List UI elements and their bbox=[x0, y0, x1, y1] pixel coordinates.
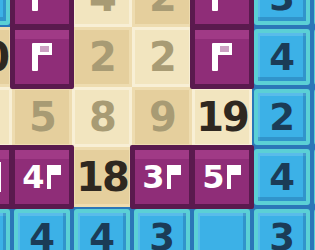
cell-number: 8 bbox=[89, 97, 115, 137]
flag-banner bbox=[50, 165, 61, 175]
hidden-tile: 3 bbox=[134, 209, 190, 250]
flag-pole bbox=[212, 0, 218, 11]
cell-number: 3 bbox=[269, 0, 295, 16]
hidden-tile bbox=[314, 29, 315, 85]
flag-icon bbox=[212, 43, 233, 71]
cell-number: 18 bbox=[76, 157, 128, 197]
cell-r1-c2[interactable]: 2 bbox=[72, 27, 132, 87]
hidden-tile bbox=[314, 0, 315, 25]
cell-r4-c0[interactable] bbox=[0, 207, 12, 250]
cell-r3-c4[interactable]: 5 bbox=[192, 147, 252, 207]
cell-r4-c1[interactable]: 4 bbox=[12, 207, 72, 250]
flag-banner bbox=[170, 165, 181, 175]
cell-number: 9 bbox=[149, 97, 175, 137]
game-viewport: 42302245891924183544433 bbox=[0, 0, 315, 250]
flag-cell-content bbox=[15, 0, 69, 24]
cell-number: 2 bbox=[89, 37, 115, 77]
hidden-tile bbox=[314, 149, 315, 205]
cell-r1-c3[interactable]: 2 bbox=[132, 27, 192, 87]
cell-r4-c3[interactable]: 3 bbox=[132, 207, 192, 250]
cell-number: 19 bbox=[196, 97, 248, 137]
flag-icon bbox=[212, 0, 233, 11]
cell-r1-c1[interactable] bbox=[12, 27, 72, 87]
cell-r0-c6[interactable] bbox=[312, 0, 315, 27]
flag-cell-content bbox=[0, 150, 9, 204]
cell-r1-c6[interactable] bbox=[312, 27, 315, 87]
flag-cell-content bbox=[195, 30, 249, 84]
hidden-tile: 2 bbox=[254, 89, 310, 145]
hidden-tile: 3 bbox=[254, 209, 310, 250]
cell-r0-c4[interactable] bbox=[192, 0, 252, 27]
cell-number: 2 bbox=[149, 0, 175, 17]
hidden-tile: 3 bbox=[254, 0, 310, 25]
cell-number: 3 bbox=[149, 219, 175, 250]
flag-pole bbox=[32, 0, 38, 11]
flag-icon bbox=[167, 165, 182, 189]
cell-r3-c2[interactable]: 18 bbox=[72, 147, 132, 207]
cell-r1-c5[interactable]: 4 bbox=[252, 27, 312, 87]
flag-icon bbox=[32, 0, 53, 11]
cell-number: 2 bbox=[149, 37, 175, 77]
flag-cell-content: 4 bbox=[15, 150, 69, 204]
cell-r0-c2[interactable]: 4 bbox=[72, 0, 132, 27]
cell-number: 2 bbox=[269, 99, 295, 136]
cell-r3-c3[interactable]: 3 bbox=[132, 147, 192, 207]
cell-r0-c1[interactable] bbox=[12, 0, 72, 27]
flag-icon bbox=[32, 43, 53, 71]
cell-r2-c4[interactable]: 19 bbox=[192, 87, 252, 147]
cell-r0-c3[interactable]: 2 bbox=[132, 0, 192, 27]
cell-number: 3 bbox=[269, 219, 295, 250]
hidden-tile bbox=[194, 209, 250, 250]
cell-number: 3 bbox=[142, 161, 163, 193]
cell-number: 4 bbox=[22, 161, 43, 193]
cell-number: 4 bbox=[269, 159, 295, 196]
cell-r4-c5[interactable]: 3 bbox=[252, 207, 312, 250]
cell-number: 4 bbox=[89, 219, 115, 250]
cell-r3-c5[interactable]: 4 bbox=[252, 147, 312, 207]
cell-r2-c1[interactable]: 5 bbox=[12, 87, 72, 147]
cell-r0-c5[interactable]: 3 bbox=[252, 0, 312, 27]
hidden-tile bbox=[0, 209, 10, 250]
game-board: 42302245891924183544433 bbox=[0, 0, 315, 250]
cell-r4-c2[interactable]: 4 bbox=[72, 207, 132, 250]
cell-r2-c3[interactable]: 9 bbox=[132, 87, 192, 147]
hidden-tile: 4 bbox=[254, 29, 310, 85]
hidden-tile: 4 bbox=[74, 209, 130, 250]
cell-number: 5 bbox=[202, 161, 223, 193]
flag-icon bbox=[227, 165, 242, 189]
cell-number: 5 bbox=[29, 97, 55, 137]
cell-r1-c4[interactable] bbox=[192, 27, 252, 87]
hidden-tile: 4 bbox=[254, 149, 310, 205]
cell-r4-c6[interactable] bbox=[312, 207, 315, 250]
partial-glyph bbox=[0, 162, 1, 192]
flag-banner bbox=[217, 43, 232, 55]
cell-r3-c1[interactable]: 4 bbox=[12, 147, 72, 207]
flag-cell-content bbox=[195, 0, 249, 24]
hidden-tile: 4 bbox=[14, 209, 70, 250]
cell-number: 4 bbox=[89, 0, 115, 17]
hidden-tile bbox=[0, 0, 10, 25]
cell-r3-c6[interactable] bbox=[312, 147, 315, 207]
flag-banner bbox=[230, 165, 241, 175]
flag-icon bbox=[47, 165, 62, 189]
cell-r2-c6[interactable] bbox=[312, 87, 315, 147]
cell-r2-c2[interactable]: 8 bbox=[72, 87, 132, 147]
cell-number: 0 bbox=[0, 37, 8, 77]
cell-r2-c0[interactable] bbox=[0, 87, 12, 147]
cell-r2-c5[interactable]: 2 bbox=[252, 87, 312, 147]
flag-cell-content: 3 bbox=[135, 150, 189, 204]
cell-number: 4 bbox=[29, 219, 55, 250]
hidden-tile bbox=[314, 209, 315, 250]
flag-cell-content: 5 bbox=[195, 150, 249, 204]
cell-number: 4 bbox=[269, 39, 295, 76]
cell-r4-c4[interactable] bbox=[192, 207, 252, 250]
flag-cell-content bbox=[15, 30, 69, 84]
flag-banner bbox=[37, 43, 52, 55]
hidden-tile bbox=[314, 89, 315, 145]
